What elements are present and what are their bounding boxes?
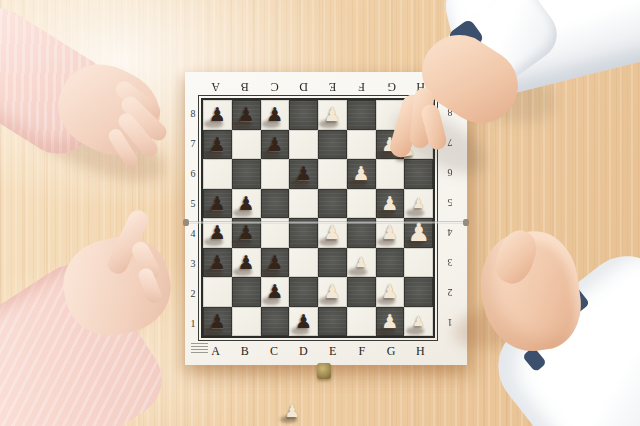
fold-notch — [183, 219, 189, 226]
piece-black-a5[interactable]: ♟ — [203, 189, 232, 219]
file-label-E: E — [318, 77, 347, 97]
rank-label-8: 8 — [185, 98, 201, 128]
piece-white-e2[interactable]: ♟ — [318, 277, 347, 307]
rank-label-2: 2 — [435, 278, 465, 308]
piece-white-g2[interactable]: ♟ — [376, 277, 405, 307]
square-f1[interactable] — [347, 307, 376, 337]
square-f2[interactable] — [347, 277, 376, 307]
square-c6[interactable] — [261, 159, 290, 189]
piece-black-b3[interactable]: ♟ — [232, 248, 261, 278]
file-label-C: C — [260, 77, 289, 97]
file-label-D: D — [289, 340, 318, 362]
square-c5[interactable] — [261, 189, 290, 219]
file-label-H: H — [406, 340, 435, 362]
piece-black-d6[interactable]: ♟ — [289, 159, 318, 189]
square-c1[interactable] — [261, 307, 290, 337]
piece-black-d1[interactable]: ♟ — [289, 307, 318, 337]
square-e3[interactable] — [318, 248, 347, 278]
square-d3[interactable] — [289, 248, 318, 278]
square-e7[interactable] — [318, 130, 347, 160]
piece-black-c8[interactable]: ♟ — [261, 100, 290, 130]
square-g6[interactable] — [376, 159, 405, 189]
rank-label-2: 2 — [185, 278, 201, 308]
file-label-G: G — [377, 340, 406, 362]
square-b2[interactable] — [232, 277, 261, 307]
piece-black-c7[interactable]: ♟ — [261, 130, 290, 160]
square-e5[interactable] — [318, 189, 347, 219]
square-d7[interactable] — [289, 130, 318, 160]
piece-black-a8[interactable]: ♟ — [203, 100, 232, 130]
file-label-A: A — [201, 77, 230, 97]
board-fold-seam — [185, 221, 467, 224]
file-label-F: F — [347, 340, 376, 362]
chess-table-scene: ABCDEFGH ABCDEFGH 87654321 87654321 ♟♟♟♟… — [0, 0, 640, 426]
square-a6[interactable] — [203, 159, 232, 189]
piece-black-a3[interactable]: ♟ — [203, 248, 232, 278]
rank-label-3: 3 — [435, 248, 465, 278]
file-label-B: B — [230, 77, 259, 97]
fine-print — [191, 343, 208, 354]
piece-white-h5[interactable]: ♟ — [404, 189, 433, 219]
square-b1[interactable] — [232, 307, 261, 337]
rank-label-3: 3 — [185, 248, 201, 278]
piece-black-b8[interactable]: ♟ — [232, 100, 261, 130]
piece-white-f3[interactable]: ♟ — [347, 248, 376, 278]
board-clasp — [317, 363, 331, 379]
piece-black-c3[interactable]: ♟ — [261, 248, 290, 278]
square-b6[interactable] — [232, 159, 261, 189]
square-a2[interactable] — [203, 277, 232, 307]
file-labels-top: ABCDEFGH — [201, 77, 435, 97]
square-f8[interactable] — [347, 100, 376, 130]
file-label-B: B — [230, 340, 259, 362]
square-d5[interactable] — [289, 189, 318, 219]
square-e6[interactable] — [318, 159, 347, 189]
square-h2[interactable] — [404, 277, 433, 307]
file-label-F: F — [347, 77, 376, 97]
file-label-D: D — [289, 77, 318, 97]
piece-black-a1[interactable]: ♟ — [203, 307, 232, 337]
rank-label-6: 6 — [185, 158, 201, 188]
square-d8[interactable] — [289, 100, 318, 130]
square-b7[interactable] — [232, 130, 261, 160]
file-label-E: E — [318, 340, 347, 362]
rank-label-5: 5 — [185, 188, 201, 218]
square-d2[interactable] — [289, 277, 318, 307]
square-f7[interactable] — [347, 130, 376, 160]
piece-black-c2[interactable]: ♟ — [261, 277, 290, 307]
file-label-C: C — [260, 340, 289, 362]
piece-white-f6[interactable]: ♟ — [347, 159, 376, 189]
rank-label-1: 1 — [185, 308, 201, 338]
piece-white-e8[interactable]: ♟ — [318, 100, 347, 130]
piece-black-b5[interactable]: ♟ — [232, 189, 261, 219]
rank-labels-left: 87654321 — [185, 98, 201, 338]
captured-piece-on-table[interactable]: ♟ — [279, 398, 305, 424]
square-e1[interactable] — [318, 307, 347, 337]
rank-label-7: 7 — [185, 128, 201, 158]
fold-notch — [463, 219, 469, 226]
file-labels-bottom: ABCDEFGH — [201, 340, 435, 362]
square-h3[interactable] — [404, 248, 433, 278]
piece-black-a7[interactable]: ♟ — [203, 130, 232, 160]
piece-white-h1[interactable]: ♟ — [404, 307, 433, 337]
piece-white-g5[interactable]: ♟ — [376, 189, 405, 219]
piece-white-g1[interactable]: ♟ — [376, 307, 405, 337]
rank-label-5: 5 — [435, 188, 465, 218]
file-label-G: G — [377, 77, 406, 97]
square-f5[interactable] — [347, 189, 376, 219]
square-g3[interactable] — [376, 248, 405, 278]
